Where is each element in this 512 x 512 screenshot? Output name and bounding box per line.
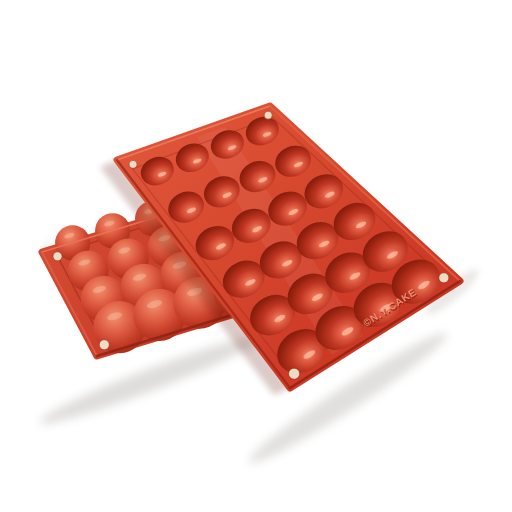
product-photo: ©N.Y.CAKE ©N.Y.CAKE <box>0 0 512 512</box>
corner-hole <box>264 111 272 119</box>
corner-hole <box>99 340 109 350</box>
molds-scene: ©N.Y.CAKE ©N.Y.CAKE <box>0 0 512 512</box>
corner-hole <box>129 160 137 168</box>
corner-hole <box>289 368 300 379</box>
corner-hole <box>439 273 449 283</box>
corner-hole <box>53 252 62 261</box>
